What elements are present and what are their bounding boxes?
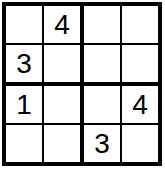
cell-r1c3-empty[interactable] bbox=[84, 6, 122, 45]
cell-r4c3-given[interactable]: 3 bbox=[84, 125, 122, 162]
sudoku-diagram: 43143 bbox=[0, 0, 165, 169]
cell-r4c1-empty[interactable] bbox=[6, 125, 44, 162]
cell-r1c4-empty[interactable] bbox=[122, 6, 158, 45]
cell-r3c1-given[interactable]: 1 bbox=[6, 86, 44, 125]
cell-r2c3-empty[interactable] bbox=[84, 45, 122, 86]
cell-r2c1-given[interactable]: 3 bbox=[6, 45, 44, 86]
cell-r2c4-empty[interactable] bbox=[122, 45, 158, 86]
cell-r3c2-empty[interactable] bbox=[44, 86, 84, 125]
cell-r4c2-empty[interactable] bbox=[44, 125, 84, 162]
cell-r4c4-empty[interactable] bbox=[122, 125, 158, 162]
cell-r2c2-empty[interactable] bbox=[44, 45, 84, 86]
cell-r3c4-given[interactable]: 4 bbox=[122, 86, 158, 125]
cell-r3c3-empty[interactable] bbox=[84, 86, 122, 125]
cell-r1c1-empty[interactable] bbox=[6, 6, 44, 45]
cell-r1c2-given[interactable]: 4 bbox=[44, 6, 84, 45]
sudoku-board: 43143 bbox=[2, 2, 162, 166]
